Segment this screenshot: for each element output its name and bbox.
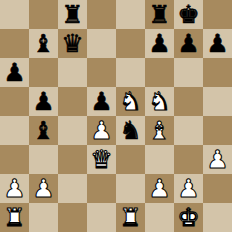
square-a3[interactable] bbox=[0, 145, 29, 174]
square-g5[interactable] bbox=[174, 87, 203, 116]
piece-white-pawn[interactable]: ♟ bbox=[148, 174, 170, 203]
piece-black-pawn[interactable]: ♟ bbox=[206, 29, 228, 58]
square-c4[interactable] bbox=[58, 116, 87, 145]
piece-white-knight[interactable]: ♞ bbox=[148, 87, 170, 116]
square-a4[interactable] bbox=[0, 116, 29, 145]
square-d5[interactable]: ♟ bbox=[87, 87, 116, 116]
square-g2[interactable]: ♟ bbox=[174, 174, 203, 203]
piece-white-pawn[interactable]: ♟ bbox=[3, 174, 25, 203]
square-c5[interactable] bbox=[58, 87, 87, 116]
square-d4[interactable]: ♟ bbox=[87, 116, 116, 145]
square-g8[interactable]: ♚ bbox=[174, 0, 203, 29]
piece-black-bishop[interactable]: ♝ bbox=[32, 29, 54, 58]
square-h1[interactable] bbox=[203, 203, 232, 232]
square-f7[interactable]: ♟ bbox=[145, 29, 174, 58]
square-c1[interactable] bbox=[58, 203, 87, 232]
square-c7[interactable]: ♛ bbox=[58, 29, 87, 58]
square-h3[interactable]: ♟ bbox=[203, 145, 232, 174]
square-e6[interactable] bbox=[116, 58, 145, 87]
square-h4[interactable] bbox=[203, 116, 232, 145]
piece-white-pawn[interactable]: ♟ bbox=[90, 116, 112, 145]
square-b1[interactable] bbox=[29, 203, 58, 232]
square-g3[interactable] bbox=[174, 145, 203, 174]
square-d7[interactable] bbox=[87, 29, 116, 58]
square-e3[interactable] bbox=[116, 145, 145, 174]
square-a8[interactable] bbox=[0, 0, 29, 29]
piece-white-king[interactable]: ♚ bbox=[177, 203, 199, 232]
square-c3[interactable] bbox=[58, 145, 87, 174]
square-h8[interactable] bbox=[203, 0, 232, 29]
square-h5[interactable] bbox=[203, 87, 232, 116]
piece-black-queen[interactable]: ♛ bbox=[61, 29, 83, 58]
piece-white-rook[interactable]: ♜ bbox=[119, 203, 141, 232]
square-g7[interactable]: ♟ bbox=[174, 29, 203, 58]
piece-black-king[interactable]: ♚ bbox=[177, 0, 199, 29]
square-f4[interactable]: ♝ bbox=[145, 116, 174, 145]
square-a5[interactable] bbox=[0, 87, 29, 116]
square-f2[interactable]: ♟ bbox=[145, 174, 174, 203]
square-g6[interactable] bbox=[174, 58, 203, 87]
square-g1[interactable]: ♚ bbox=[174, 203, 203, 232]
square-b6[interactable] bbox=[29, 58, 58, 87]
square-a7[interactable] bbox=[0, 29, 29, 58]
square-h2[interactable] bbox=[203, 174, 232, 203]
square-e5[interactable]: ♞ bbox=[116, 87, 145, 116]
square-d3[interactable]: ♛ bbox=[87, 145, 116, 174]
square-c2[interactable] bbox=[58, 174, 87, 203]
square-e4[interactable]: ♞ bbox=[116, 116, 145, 145]
piece-white-pawn[interactable]: ♟ bbox=[206, 145, 228, 174]
square-f6[interactable] bbox=[145, 58, 174, 87]
piece-black-bishop[interactable]: ♝ bbox=[32, 116, 54, 145]
piece-white-pawn[interactable]: ♟ bbox=[177, 174, 199, 203]
chess-board: ♜♜♚♝♛♟♟♟♟♟♟♞♞♝♟♞♝♛♟♟♟♟♟♜♜♚ bbox=[0, 0, 232, 232]
square-e2[interactable] bbox=[116, 174, 145, 203]
square-d1[interactable] bbox=[87, 203, 116, 232]
square-b2[interactable]: ♟ bbox=[29, 174, 58, 203]
square-c8[interactable]: ♜ bbox=[58, 0, 87, 29]
square-b4[interactable]: ♝ bbox=[29, 116, 58, 145]
square-c6[interactable] bbox=[58, 58, 87, 87]
square-a2[interactable]: ♟ bbox=[0, 174, 29, 203]
square-f3[interactable] bbox=[145, 145, 174, 174]
square-b8[interactable] bbox=[29, 0, 58, 29]
square-h6[interactable] bbox=[203, 58, 232, 87]
square-b5[interactable]: ♟ bbox=[29, 87, 58, 116]
square-e1[interactable]: ♜ bbox=[116, 203, 145, 232]
piece-black-pawn[interactable]: ♟ bbox=[177, 29, 199, 58]
square-g4[interactable] bbox=[174, 116, 203, 145]
square-b7[interactable]: ♝ bbox=[29, 29, 58, 58]
square-d6[interactable] bbox=[87, 58, 116, 87]
square-e8[interactable] bbox=[116, 0, 145, 29]
square-a1[interactable]: ♜ bbox=[0, 203, 29, 232]
piece-black-pawn[interactable]: ♟ bbox=[148, 29, 170, 58]
piece-black-pawn[interactable]: ♟ bbox=[90, 87, 112, 116]
piece-black-rook[interactable]: ♜ bbox=[61, 0, 83, 29]
piece-black-pawn[interactable]: ♟ bbox=[32, 87, 54, 116]
square-f5[interactable]: ♞ bbox=[145, 87, 174, 116]
square-d8[interactable] bbox=[87, 0, 116, 29]
piece-black-pawn[interactable]: ♟ bbox=[3, 58, 25, 87]
piece-white-knight[interactable]: ♞ bbox=[119, 87, 141, 116]
square-e7[interactable] bbox=[116, 29, 145, 58]
piece-black-rook[interactable]: ♜ bbox=[148, 0, 170, 29]
piece-white-bishop[interactable]: ♝ bbox=[148, 116, 170, 145]
square-h7[interactable]: ♟ bbox=[203, 29, 232, 58]
square-d2[interactable] bbox=[87, 174, 116, 203]
square-f1[interactable] bbox=[145, 203, 174, 232]
piece-white-rook[interactable]: ♜ bbox=[3, 203, 25, 232]
piece-white-queen[interactable]: ♛ bbox=[90, 145, 112, 174]
square-a6[interactable]: ♟ bbox=[0, 58, 29, 87]
piece-black-knight[interactable]: ♞ bbox=[119, 116, 141, 145]
square-f8[interactable]: ♜ bbox=[145, 0, 174, 29]
square-b3[interactable] bbox=[29, 145, 58, 174]
piece-white-pawn[interactable]: ♟ bbox=[32, 174, 54, 203]
